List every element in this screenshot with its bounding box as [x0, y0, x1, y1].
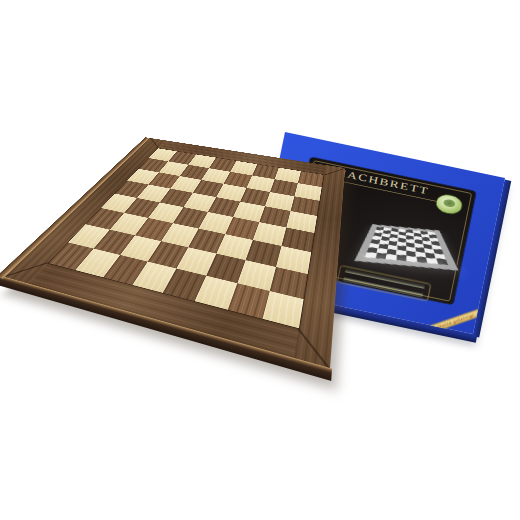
product-photo: SCHACHBRETT aus Kalkutta gefertigt [0, 0, 520, 520]
chessboard [5, 138, 345, 368]
seal-emblem-icon [443, 198, 456, 208]
miniboard-photo [354, 224, 458, 270]
